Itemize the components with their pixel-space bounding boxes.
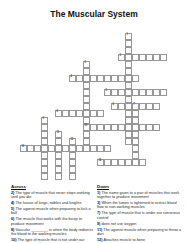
clue-number: 10): [11, 238, 18, 242]
clue-item: 6) The muscle that works with the bicep …: [11, 217, 95, 226]
grid-cell[interactable]: [55, 145, 62, 152]
grid-cell[interactable]: [104, 159, 111, 166]
grid-cell[interactable]: [125, 40, 132, 47]
clue-item: 8) Vascular ________ is when the body re…: [11, 228, 95, 237]
cell-number: 8: [56, 111, 57, 114]
clues-down-section: Down 1) The name given to a pair of musc…: [97, 184, 184, 243]
grid-cell[interactable]: [125, 96, 132, 103]
cell-number: 7: [133, 104, 134, 107]
grid-cell[interactable]: 12: [69, 138, 76, 145]
clue-item: 2) The type of muscle that never stops w…: [11, 191, 95, 200]
grid-cell[interactable]: [83, 131, 90, 138]
cell-number: 9: [42, 118, 43, 121]
grid-cell[interactable]: [125, 82, 132, 89]
grid-cell[interactable]: 8: [55, 110, 62, 117]
grid-cell[interactable]: [118, 75, 125, 82]
grid-cell[interactable]: [76, 145, 83, 152]
grid-cell[interactable]: [111, 159, 118, 166]
grid-cell[interactable]: [97, 124, 104, 131]
grid-cell[interactable]: [125, 117, 132, 124]
grid-cell[interactable]: [104, 75, 111, 82]
grid-cell[interactable]: [55, 138, 62, 145]
grid-cell[interactable]: [69, 166, 76, 173]
cell-number: 13: [21, 146, 24, 149]
grid-cell[interactable]: [69, 152, 76, 159]
grid-cell[interactable]: [139, 124, 146, 131]
cell-number: 5: [105, 90, 106, 93]
cell-number: 4: [70, 76, 71, 79]
grid-cell[interactable]: 4: [69, 75, 76, 82]
grid-cell[interactable]: [83, 145, 90, 152]
clue-item: 10) The type of muscle that is not under…: [11, 238, 95, 243]
clue-item: 9) does not use oxygen: [97, 222, 184, 226]
grid-cell[interactable]: [146, 124, 153, 131]
grid-cell[interactable]: [55, 166, 62, 173]
across-clue-list: 2) The type of muscle that never stops w…: [11, 191, 95, 243]
grid-cell[interactable]: 14: [97, 159, 104, 166]
cell-number: 12: [70, 139, 73, 142]
grid-cell[interactable]: [111, 124, 118, 131]
grid-cell[interactable]: [90, 145, 97, 152]
grid-cell[interactable]: [90, 110, 97, 117]
cell-number: 2: [119, 55, 120, 58]
grid-cell[interactable]: [48, 145, 55, 152]
grid-cell[interactable]: [83, 89, 90, 96]
crossword-grid: 1234567891011121314: [20, 33, 167, 180]
grid-cell[interactable]: [69, 159, 76, 166]
page-title: The Muscular System: [0, 9, 188, 19]
grid-cell[interactable]: [139, 159, 146, 166]
grid-cell[interactable]: 1: [125, 33, 132, 40]
grid-cell[interactable]: [69, 145, 76, 152]
grid-cell[interactable]: [132, 138, 139, 145]
grid-cell[interactable]: [111, 89, 118, 96]
grid-cell[interactable]: [160, 89, 167, 96]
grid-cell[interactable]: [125, 47, 132, 54]
cell-number: 10: [84, 125, 87, 128]
grid-cell[interactable]: [118, 159, 125, 166]
grid-cell[interactable]: [125, 138, 132, 145]
grid-cell[interactable]: [132, 131, 139, 138]
grid-cell[interactable]: [139, 54, 146, 61]
grid-cell[interactable]: [83, 117, 90, 124]
grid-cell[interactable]: [146, 89, 153, 96]
grid-cell[interactable]: [125, 89, 132, 96]
grid-cell[interactable]: [90, 124, 97, 131]
clue-item: 7) The type of muscle that is under our …: [97, 211, 184, 220]
grid-cell[interactable]: [132, 117, 139, 124]
clue-item: 4) The house of kings, nobles and knight…: [11, 201, 95, 205]
grid-cell[interactable]: 10: [83, 124, 90, 131]
grid-cell[interactable]: [132, 159, 139, 166]
grid-cell[interactable]: [90, 75, 97, 82]
grid-cell[interactable]: [146, 54, 153, 61]
grid-cell[interactable]: [118, 124, 125, 131]
grid-cell[interactable]: 5: [104, 89, 111, 96]
grid-cell[interactable]: 2: [118, 54, 125, 61]
grid-cell[interactable]: [111, 75, 118, 82]
grid-cell[interactable]: [118, 103, 125, 110]
grid-cell[interactable]: 6: [111, 103, 118, 110]
grid-cell[interactable]: 11: [55, 131, 62, 138]
grid-cell[interactable]: [83, 138, 90, 145]
clue-number: 2): [11, 191, 15, 195]
clue-number: 12): [97, 238, 104, 242]
grid-cell[interactable]: [69, 110, 76, 117]
grid-cell[interactable]: [125, 75, 132, 82]
grid-cell[interactable]: [125, 110, 132, 117]
grid-cell[interactable]: [97, 110, 104, 117]
cell-number: 11: [56, 132, 59, 135]
grid-cell[interactable]: [132, 152, 139, 159]
grid-cell[interactable]: [97, 75, 104, 82]
grid-cell[interactable]: [69, 173, 76, 180]
grid-cell[interactable]: [62, 110, 69, 117]
cell-number: 6: [112, 104, 113, 107]
grid-cell[interactable]: [41, 159, 48, 166]
grid-cell[interactable]: [41, 152, 48, 159]
grid-cell[interactable]: [104, 145, 111, 152]
clue-item: 5) The agonist muscle when preparing to …: [11, 207, 95, 216]
clue-item: 12) Attaches muscle to bone: [97, 238, 184, 242]
grid-cell[interactable]: [139, 89, 146, 96]
clue-number: 7): [97, 211, 101, 215]
grid-cell[interactable]: [104, 124, 111, 131]
grid-cell[interactable]: [55, 173, 62, 180]
clue-number: 4): [11, 201, 15, 205]
grid-cell[interactable]: [125, 68, 132, 75]
grid-cell[interactable]: [125, 54, 132, 61]
grid-cell[interactable]: [118, 89, 125, 96]
grid-cell[interactable]: 13: [20, 145, 27, 152]
cell-number: 1: [126, 34, 127, 37]
clue-number: 8): [11, 228, 15, 232]
down-clue-list: 1) The name given to a pair of muscles t…: [97, 191, 184, 243]
grid-cell[interactable]: [41, 124, 48, 131]
clue-number: 9): [97, 222, 101, 226]
down-heading: Down: [97, 184, 184, 189]
clue-number: 6): [11, 217, 15, 221]
grid-cell[interactable]: [41, 131, 48, 138]
grid-cell[interactable]: [97, 145, 104, 152]
grid-cell[interactable]: 7: [132, 103, 139, 110]
grid-cell[interactable]: [153, 124, 160, 131]
grid-cell[interactable]: [153, 103, 160, 110]
grid-cell[interactable]: [34, 145, 41, 152]
clue-item: 11) The agonist muscle when preparing to…: [97, 228, 184, 237]
grid-cell[interactable]: [83, 96, 90, 103]
grid-cell[interactable]: [153, 89, 160, 96]
clue-number: 11): [97, 228, 103, 232]
grid-cell[interactable]: [41, 138, 48, 145]
grid-cell[interactable]: [125, 159, 132, 166]
grid-cell[interactable]: [125, 103, 132, 110]
grid-cell[interactable]: 3: [83, 61, 90, 68]
grid-cell[interactable]: [55, 159, 62, 166]
grid-cell[interactable]: [83, 68, 90, 75]
across-heading: Across: [11, 184, 95, 189]
grid-cell[interactable]: [83, 110, 90, 117]
clue-item: 3) When the lumen is tightened to restri…: [97, 201, 184, 210]
grid-cell[interactable]: 9: [41, 117, 48, 124]
grid-cell[interactable]: [125, 124, 132, 131]
grid-cell[interactable]: [125, 61, 132, 68]
grid-cell[interactable]: [132, 89, 139, 96]
grid-cell[interactable]: [132, 145, 139, 152]
grid-cell[interactable]: [153, 54, 160, 61]
grid-cell[interactable]: [76, 110, 83, 117]
clue-number: 1): [97, 191, 101, 195]
grid-cell[interactable]: [139, 103, 146, 110]
grid-cell[interactable]: [132, 75, 139, 82]
grid-cell[interactable]: [76, 75, 83, 82]
grid-cell[interactable]: [83, 103, 90, 110]
cell-number: 3: [84, 62, 85, 65]
grid-cell[interactable]: [27, 145, 34, 152]
grid-cell[interactable]: [160, 54, 167, 61]
grid-cell[interactable]: [132, 110, 139, 117]
grid-cell[interactable]: [41, 166, 48, 173]
grid-cell[interactable]: [132, 124, 139, 131]
clue-number: 5): [11, 207, 15, 211]
clues-across-section: Across 2) The type of muscle that never …: [11, 184, 95, 243]
grid-cell[interactable]: [83, 75, 90, 82]
grid-cell[interactable]: [146, 103, 153, 110]
grid-cell[interactable]: [41, 145, 48, 152]
grid-cell[interactable]: [125, 131, 132, 138]
grid-cell[interactable]: [55, 152, 62, 159]
grid-cell[interactable]: [62, 145, 69, 152]
grid-cell[interactable]: [83, 82, 90, 89]
clue-item: 1) The name given to a pair of muscles t…: [97, 191, 184, 200]
cell-number: 14: [98, 160, 101, 163]
grid-cell[interactable]: [41, 173, 48, 180]
grid-cell[interactable]: [132, 54, 139, 61]
clue-number: 3): [97, 201, 101, 205]
